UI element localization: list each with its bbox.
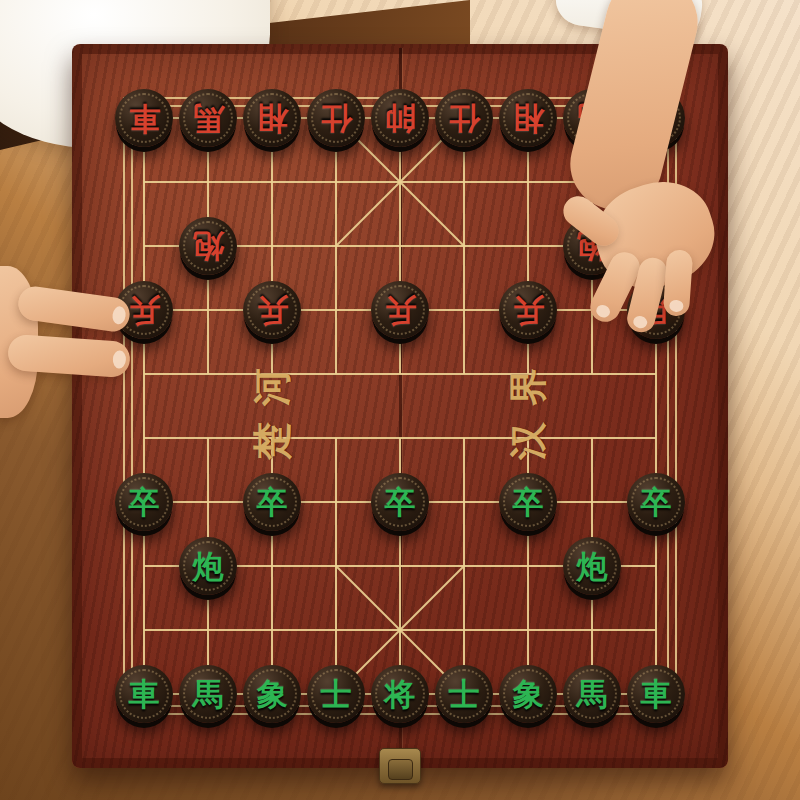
piece-red-soldier[interactable]: 兵 [627,281,685,339]
piece-glyph: 車 [641,679,672,710]
piece-glyph: 仕 [449,103,480,134]
piece-glyph: 仕 [321,103,352,134]
piece-green-soldier[interactable]: 卒 [243,473,301,531]
piece-glyph: 卒 [129,487,160,518]
piece-glyph: 象 [257,679,288,710]
piece-glyph: 炮 [577,231,608,262]
piece-glyph: 相 [513,103,544,134]
piece-glyph: 帥 [385,103,416,134]
piece-glyph: 炮 [193,551,224,582]
piece-red-soldier[interactable]: 兵 [115,281,173,339]
piece-green-soldier[interactable]: 卒 [115,473,173,531]
piece-green-cannon[interactable]: 炮 [563,537,621,595]
piece-green-soldier[interactable]: 卒 [371,473,429,531]
piece-glyph: 卒 [257,487,288,518]
piece-green-chariot[interactable]: 車 [115,665,173,723]
piece-red-elephant[interactable]: 相 [243,89,301,147]
piece-glyph: 馬 [193,103,224,134]
piece-glyph: 象 [513,679,544,710]
photo-scene: ✦✧✦ 楚河 汉界 車馬相仕帥仕相馬車炮炮兵兵兵兵兵卒卒卒卒卒炮炮車馬象士将士象… [0,0,800,800]
piece-glyph: 相 [257,103,288,134]
piece-green-advisor[interactable]: 士 [435,665,493,723]
piece-glyph: 馬 [577,103,608,134]
xiangqi-board: 楚河 汉界 車馬相仕帥仕相馬車炮炮兵兵兵兵兵卒卒卒卒卒炮炮車馬象士将士象馬車 [72,44,728,768]
piece-red-soldier[interactable]: 兵 [243,281,301,339]
piece-glyph: 士 [449,679,480,710]
piece-glyph: 兵 [129,295,160,326]
piece-green-soldier[interactable]: 卒 [499,473,557,531]
piece-red-advisor[interactable]: 仕 [307,89,365,147]
piece-glyph: 卒 [641,487,672,518]
piece-red-advisor[interactable]: 仕 [435,89,493,147]
piece-glyph: 車 [129,103,160,134]
piece-red-soldier[interactable]: 兵 [499,281,557,339]
piece-glyph: 車 [129,679,160,710]
piece-red-soldier[interactable]: 兵 [371,281,429,339]
piece-glyph: 兵 [641,295,672,326]
piece-green-general[interactable]: 将 [371,665,429,723]
piece-glyph: 士 [321,679,352,710]
piece-green-advisor[interactable]: 士 [307,665,365,723]
piece-glyph: 兵 [257,295,288,326]
piece-red-cannon[interactable]: 炮 [179,217,237,275]
piece-glyph: 卒 [513,487,544,518]
piece-glyph: 卒 [385,487,416,518]
piece-red-chariot[interactable]: 車 [115,89,173,147]
piece-red-chariot[interactable]: 車 [627,89,685,147]
piece-green-elephant[interactable]: 象 [499,665,557,723]
piece-green-elephant[interactable]: 象 [243,665,301,723]
piece-glyph: 兵 [513,295,544,326]
pieces-layer: 車馬相仕帥仕相馬車炮炮兵兵兵兵兵卒卒卒卒卒炮炮車馬象士将士象馬車 [110,82,690,730]
piece-glyph: 兵 [385,295,416,326]
piece-glyph: 将 [385,679,416,710]
piece-green-soldier[interactable]: 卒 [627,473,685,531]
piece-glyph: 馬 [577,679,608,710]
piece-green-horse[interactable]: 馬 [563,665,621,723]
piece-red-elephant[interactable]: 相 [499,89,557,147]
piece-green-cannon[interactable]: 炮 [179,537,237,595]
piece-glyph: 炮 [577,551,608,582]
piece-green-horse[interactable]: 馬 [179,665,237,723]
piece-glyph: 馬 [193,679,224,710]
piece-red-general[interactable]: 帥 [371,89,429,147]
piece-green-chariot[interactable]: 車 [627,665,685,723]
piece-red-cannon[interactable]: 炮 [563,217,621,275]
piece-red-horse[interactable]: 馬 [179,89,237,147]
piece-glyph: 炮 [193,231,224,262]
piece-red-horse[interactable]: 馬 [563,89,621,147]
piece-glyph: 車 [641,103,672,134]
brass-latch [379,748,421,784]
latch-hook [388,759,413,780]
